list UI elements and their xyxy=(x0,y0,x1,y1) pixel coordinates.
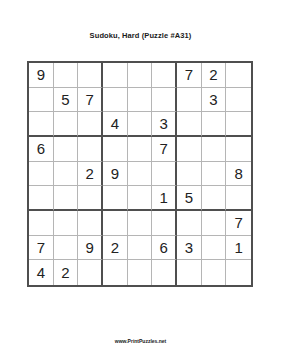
cell-r6c3-empty[interactable] xyxy=(78,186,103,211)
cell-r5c3-given: 2 xyxy=(78,162,103,187)
cell-r4c6-given: 7 xyxy=(152,137,177,162)
cell-r8c7-given: 3 xyxy=(177,236,202,261)
cell-r5c1-empty[interactable] xyxy=(29,162,54,187)
cell-r8c1-given: 7 xyxy=(29,236,54,261)
cell-r4c1-given: 6 xyxy=(29,137,54,162)
puzzle-title: Sudoku, Hard (Puzzle #A31) xyxy=(0,31,281,40)
cell-r5c9-given: 8 xyxy=(226,162,251,187)
cell-r3c2-empty[interactable] xyxy=(54,112,79,137)
cell-r1c6-empty[interactable] xyxy=(152,63,177,88)
cell-r9c8-empty[interactable] xyxy=(202,260,227,285)
cell-r5c6-empty[interactable] xyxy=(152,162,177,187)
cell-r7c8-empty[interactable] xyxy=(202,211,227,236)
cell-r7c6-empty[interactable] xyxy=(152,211,177,236)
cell-r7c7-empty[interactable] xyxy=(177,211,202,236)
cell-r9c4-empty[interactable] xyxy=(103,260,128,285)
cell-r2c6-empty[interactable] xyxy=(152,88,177,113)
cell-r9c6-empty[interactable] xyxy=(152,260,177,285)
cell-r2c2-given: 5 xyxy=(54,88,79,113)
cell-r4c2-empty[interactable] xyxy=(54,137,79,162)
cell-r1c8-given: 2 xyxy=(202,63,227,88)
cell-r9c1-given: 4 xyxy=(29,260,54,285)
cell-r7c3-empty[interactable] xyxy=(78,211,103,236)
cell-r4c5-empty[interactable] xyxy=(128,137,153,162)
cell-r1c2-empty[interactable] xyxy=(54,63,79,88)
cell-r6c9-empty[interactable] xyxy=(226,186,251,211)
cell-r7c5-empty[interactable] xyxy=(128,211,153,236)
cell-r7c9-given: 7 xyxy=(226,211,251,236)
cell-r1c9-empty[interactable] xyxy=(226,63,251,88)
cell-r8c8-empty[interactable] xyxy=(202,236,227,261)
cell-r2c8-given: 3 xyxy=(202,88,227,113)
cell-r3c9-empty[interactable] xyxy=(226,112,251,137)
cell-r9c3-empty[interactable] xyxy=(78,260,103,285)
cell-r2c9-empty[interactable] xyxy=(226,88,251,113)
cell-r8c9-given: 1 xyxy=(226,236,251,261)
cell-r8c4-given: 2 xyxy=(103,236,128,261)
cell-r9c7-empty[interactable] xyxy=(177,260,202,285)
cell-r9c9-empty[interactable] xyxy=(226,260,251,285)
cell-r1c3-empty[interactable] xyxy=(78,63,103,88)
cell-r8c2-empty[interactable] xyxy=(54,236,79,261)
cell-r6c5-empty[interactable] xyxy=(128,186,153,211)
cell-r2c3-given: 7 xyxy=(78,88,103,113)
cell-r6c4-empty[interactable] xyxy=(103,186,128,211)
cell-r5c2-empty[interactable] xyxy=(54,162,79,187)
cell-r3c8-empty[interactable] xyxy=(202,112,227,137)
cell-r4c3-empty[interactable] xyxy=(78,137,103,162)
cell-r5c5-empty[interactable] xyxy=(128,162,153,187)
footer-url: www.PrintPuzzles.net xyxy=(0,338,281,344)
cell-r4c4-empty[interactable] xyxy=(103,137,128,162)
cell-r8c5-empty[interactable] xyxy=(128,236,153,261)
cell-r6c1-empty[interactable] xyxy=(29,186,54,211)
cell-r9c2-given: 2 xyxy=(54,260,79,285)
cell-r9c5-empty[interactable] xyxy=(128,260,153,285)
cell-r2c4-empty[interactable] xyxy=(103,88,128,113)
sudoku-board: 972573436729815779263142 xyxy=(27,61,253,287)
cell-r4c7-empty[interactable] xyxy=(177,137,202,162)
puzzle-page: Sudoku, Hard (Puzzle #A31) 9725734367298… xyxy=(0,0,281,363)
cell-r3c3-empty[interactable] xyxy=(78,112,103,137)
cell-r2c7-empty[interactable] xyxy=(177,88,202,113)
cell-r6c8-empty[interactable] xyxy=(202,186,227,211)
cell-r8c3-given: 9 xyxy=(78,236,103,261)
cell-r1c1-given: 9 xyxy=(29,63,54,88)
cell-r3c4-given: 4 xyxy=(103,112,128,137)
cell-r5c8-empty[interactable] xyxy=(202,162,227,187)
cell-r6c2-empty[interactable] xyxy=(54,186,79,211)
cell-r6c6-given: 1 xyxy=(152,186,177,211)
cell-r7c2-empty[interactable] xyxy=(54,211,79,236)
cell-r3c7-empty[interactable] xyxy=(177,112,202,137)
cell-r3c1-empty[interactable] xyxy=(29,112,54,137)
cell-r4c8-empty[interactable] xyxy=(202,137,227,162)
cell-r2c1-empty[interactable] xyxy=(29,88,54,113)
cell-r6c7-given: 5 xyxy=(177,186,202,211)
cell-r1c4-empty[interactable] xyxy=(103,63,128,88)
cell-r5c4-given: 9 xyxy=(103,162,128,187)
cell-r8c6-given: 6 xyxy=(152,236,177,261)
cell-r1c5-empty[interactable] xyxy=(128,63,153,88)
cell-r7c4-empty[interactable] xyxy=(103,211,128,236)
cell-r3c6-given: 3 xyxy=(152,112,177,137)
cell-r5c7-empty[interactable] xyxy=(177,162,202,187)
cell-r3c5-empty[interactable] xyxy=(128,112,153,137)
cell-r4c9-empty[interactable] xyxy=(226,137,251,162)
cell-r1c7-given: 7 xyxy=(177,63,202,88)
cell-r2c5-empty[interactable] xyxy=(128,88,153,113)
cell-r7c1-empty[interactable] xyxy=(29,211,54,236)
